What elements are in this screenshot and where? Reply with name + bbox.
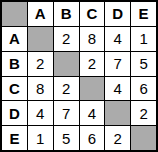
cell-E-B: 5 [54,126,79,150]
cell-E-E [131,126,156,150]
cell-B-E: 5 [131,52,156,76]
row-header-E: E [2,126,27,150]
cell-A-A [28,27,53,51]
row-header-D: D [2,101,27,125]
cell-E-D: 2 [105,126,130,150]
cell-A-E: 1 [131,27,156,51]
col-header-C: C [80,2,105,26]
cell-C-C [80,77,105,101]
col-header-D: D [105,2,130,26]
cell-D-A: 4 [28,101,53,125]
cell-C-B: 2 [54,77,79,101]
col-header-B: B [54,2,79,26]
col-header-E: E [131,2,156,26]
corner-cell [2,2,27,26]
col-header-A: A [28,2,53,26]
row-header-A: A [2,27,27,51]
cell-B-B [54,52,79,76]
cell-A-B: 2 [54,27,79,51]
cell-E-A: 1 [28,126,53,150]
cell-E-C: 6 [80,126,105,150]
cell-B-D: 7 [105,52,130,76]
cell-C-E: 6 [131,77,156,101]
cell-D-C: 4 [80,101,105,125]
row-header-C: C [2,77,27,101]
cell-A-D: 4 [105,27,130,51]
cell-C-A: 8 [28,77,53,101]
cell-A-C: 8 [80,27,105,51]
cell-C-D: 4 [105,77,130,101]
row-header-B: B [2,52,27,76]
cell-D-D [105,101,130,125]
cell-D-B: 7 [54,101,79,125]
cell-D-E: 2 [131,101,156,125]
distance-matrix-table: A B C D E A 2 8 4 1 B 2 2 7 5 C 8 2 4 6 … [0,0,158,152]
cell-B-C: 2 [80,52,105,76]
cell-B-A: 2 [28,52,53,76]
